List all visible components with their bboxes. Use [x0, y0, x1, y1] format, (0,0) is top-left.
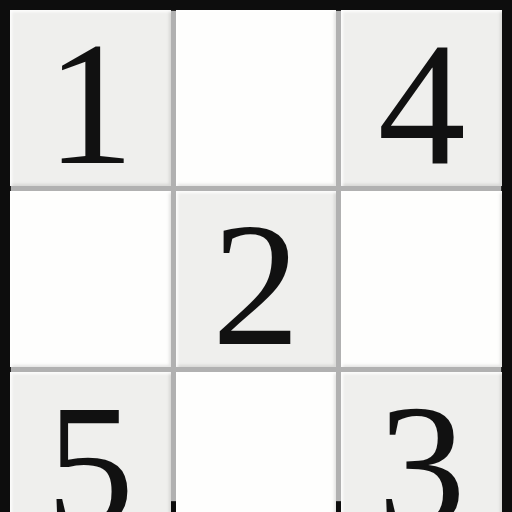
cell-digit: 4	[378, 16, 466, 192]
cell-digit: 2	[212, 197, 300, 373]
cell-r3c1[interactable]: 5	[10, 372, 171, 512]
cell-r3c2[interactable]	[176, 372, 337, 512]
cell-digit: 5	[46, 378, 134, 512]
cell-r1c3[interactable]: 4	[341, 10, 502, 186]
sudoku-board: 1 4 2 5 3	[0, 0, 512, 512]
cell-r2c1[interactable]	[10, 191, 171, 367]
cell-digit: 3	[378, 378, 466, 512]
cell-r3c3[interactable]: 3	[341, 372, 502, 512]
cell-r1c1[interactable]: 1	[10, 10, 171, 186]
cell-r2c3[interactable]	[341, 191, 502, 367]
cell-r1c2[interactable]	[176, 10, 337, 186]
cell-digit: 1	[46, 16, 134, 192]
cell-r2c2[interactable]: 2	[176, 191, 337, 367]
